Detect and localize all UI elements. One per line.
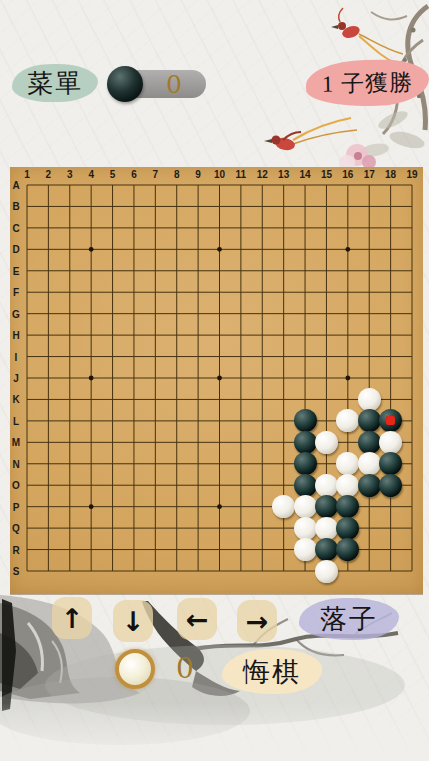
menu-button[interactable]: 菜單 — [12, 63, 99, 102]
column-label-9: 9 — [195, 169, 201, 180]
stone-white-N17 — [358, 452, 381, 475]
undo-button[interactable]: 悔棋 — [222, 649, 322, 694]
star-point — [345, 376, 350, 381]
stone-white-K17 — [358, 388, 381, 411]
star-point — [89, 376, 94, 381]
black-capture-count: 0 — [166, 72, 182, 97]
row-label-A: A — [12, 180, 19, 191]
stone-white-Q14 — [294, 517, 317, 540]
menu-label: 菜單 — [27, 65, 84, 101]
column-label-12: 12 — [257, 169, 268, 180]
column-label-18: 18 — [385, 169, 396, 180]
row-label-F: F — [13, 287, 19, 298]
column-label-17: 17 — [364, 169, 375, 180]
white-capture-count: 0 — [176, 655, 194, 683]
row-label-D: D — [12, 244, 19, 255]
move-down-button[interactable]: ↓ — [113, 600, 153, 642]
stone-white-S15 — [315, 560, 338, 583]
place-stone-label: 落子 — [320, 601, 378, 637]
column-label-7: 7 — [153, 169, 159, 180]
row-label-O: O — [12, 480, 20, 491]
star-point — [217, 504, 222, 509]
column-label-1: 1 — [24, 169, 30, 180]
stone-white-Q15 — [315, 517, 338, 540]
row-label-J: J — [13, 373, 19, 384]
star-point — [217, 247, 222, 252]
result-badge: 1 子獲勝 — [306, 59, 429, 107]
column-label-19: 19 — [406, 169, 417, 180]
stone-white-P14 — [294, 495, 317, 518]
star-point — [345, 247, 350, 252]
app-screen: 菜單 0 1 子獲勝 12345678910111213141516171819… — [0, 0, 429, 761]
black-stone-icon — [107, 66, 143, 102]
star-point — [89, 247, 94, 252]
row-label-H: H — [12, 330, 19, 341]
row-label-E: E — [13, 265, 20, 276]
stone-white-M15 — [315, 431, 338, 454]
move-right-button[interactable]: → — [237, 600, 277, 642]
move-left-button[interactable]: ← — [177, 598, 217, 640]
column-label-11: 11 — [236, 169, 247, 180]
stone-black-R15 — [315, 538, 338, 561]
stone-black-O14 — [294, 474, 317, 497]
stone-black-L17 — [358, 409, 381, 432]
place-stone-button[interactable]: 落子 — [299, 598, 399, 640]
row-label-Q: Q — [12, 523, 20, 534]
stone-black-N14 — [294, 452, 317, 475]
stone-black-O18 — [379, 474, 402, 497]
stone-white-R14 — [294, 538, 317, 561]
stone-black-Q16 — [336, 517, 359, 540]
column-label-5: 5 — [110, 169, 116, 180]
row-label-L: L — [13, 415, 19, 426]
board-grid — [10, 167, 423, 594]
stone-black-O17 — [358, 474, 381, 497]
right-arrow-icon: → — [246, 608, 269, 635]
stone-white-M18 — [379, 431, 402, 454]
stone-black-M14 — [294, 431, 317, 454]
column-label-8: 8 — [174, 169, 180, 180]
row-label-G: G — [12, 308, 20, 319]
last-move-marker — [386, 416, 395, 425]
column-label-15: 15 — [321, 169, 332, 180]
column-label-10: 10 — [214, 169, 225, 180]
stone-white-O16 — [336, 474, 359, 497]
column-label-2: 2 — [46, 169, 52, 180]
row-label-S: S — [13, 566, 20, 577]
move-up-button[interactable]: ↑ — [52, 597, 92, 639]
row-label-C: C — [12, 222, 19, 233]
row-label-B: B — [12, 201, 19, 212]
column-label-4: 4 — [88, 169, 94, 180]
row-label-M: M — [12, 437, 20, 448]
result-label: 1 子獲勝 — [322, 67, 414, 100]
star-point — [217, 376, 222, 381]
row-label-K: K — [12, 394, 19, 405]
row-label-I: I — [15, 351, 18, 362]
down-arrow-icon: ↓ — [122, 608, 145, 635]
white-stone-icon — [115, 649, 155, 689]
column-label-13: 13 — [278, 169, 289, 180]
stone-black-L14 — [294, 409, 317, 432]
row-label-R: R — [12, 544, 19, 555]
undo-label: 悔棋 — [243, 654, 301, 690]
up-arrow-icon: ↑ — [61, 605, 84, 632]
row-label-N: N — [12, 458, 19, 469]
column-label-3: 3 — [67, 169, 73, 180]
column-label-16: 16 — [342, 169, 353, 180]
stone-white-O15 — [315, 474, 338, 497]
stone-black-M17 — [358, 431, 381, 454]
star-point — [89, 504, 94, 509]
column-label-14: 14 — [299, 169, 310, 180]
stone-black-P15 — [315, 495, 338, 518]
column-label-6: 6 — [131, 169, 137, 180]
left-arrow-icon: ← — [186, 606, 209, 633]
go-board[interactable]: 12345678910111213141516171819ABCDEFGHIJK… — [10, 167, 423, 594]
row-label-P: P — [13, 501, 20, 512]
